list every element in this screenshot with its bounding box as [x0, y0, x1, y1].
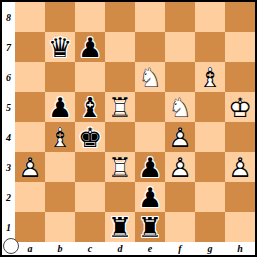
rank-label-8: 8 — [2, 2, 15, 32]
white-rook[interactable]: ♜♖ — [105, 92, 135, 122]
white-bishop[interactable]: ♝♗ — [45, 122, 75, 152]
square-a2[interactable] — [15, 182, 45, 212]
square-c6[interactable] — [75, 62, 105, 92]
white-pawn[interactable]: ♟♙ — [15, 152, 45, 182]
white-bishop[interactable]: ♝♗ — [195, 62, 225, 92]
white-pawn[interactable]: ♟♙ — [165, 122, 195, 152]
square-a8[interactable] — [15, 2, 45, 32]
square-b5[interactable]: ♟ — [45, 92, 75, 122]
square-e3[interactable]: ♟ — [135, 152, 165, 182]
rank-label-2: 2 — [2, 182, 15, 212]
square-f5[interactable]: ♞♘ — [165, 92, 195, 122]
square-a1[interactable] — [15, 212, 45, 242]
square-h2[interactable] — [225, 182, 255, 212]
square-c8[interactable] — [75, 2, 105, 32]
square-b4[interactable]: ♝♗ — [45, 122, 75, 152]
square-g2[interactable] — [195, 182, 225, 212]
square-d3[interactable]: ♜♖ — [105, 152, 135, 182]
square-f1[interactable] — [165, 212, 195, 242]
square-d5[interactable]: ♜♖ — [105, 92, 135, 122]
square-c2[interactable] — [75, 182, 105, 212]
black-pawn[interactable]: ♟ — [135, 152, 165, 182]
black-pawn[interactable]: ♟ — [45, 92, 75, 122]
square-f7[interactable] — [165, 32, 195, 62]
white-pawn[interactable]: ♟♙ — [165, 152, 195, 182]
square-h3[interactable]: ♟♙ — [225, 152, 255, 182]
board: ♛♟♞♘♝♗♟♝♜♖♞♘♚♔♝♗♚♟♙♟♙♜♖♟♟♙♟♙♟♜♜ — [15, 2, 255, 242]
square-a3[interactable]: ♟♙ — [15, 152, 45, 182]
square-b7[interactable]: ♛ — [45, 32, 75, 62]
square-g7[interactable] — [195, 32, 225, 62]
square-b6[interactable] — [45, 62, 75, 92]
black-king[interactable]: ♚ — [75, 122, 105, 152]
square-c1[interactable] — [75, 212, 105, 242]
square-e6[interactable]: ♞♘ — [135, 62, 165, 92]
square-d7[interactable] — [105, 32, 135, 62]
rank-label-3: 3 — [2, 152, 15, 182]
square-e1[interactable]: ♜ — [135, 212, 165, 242]
black-rook[interactable]: ♜ — [135, 212, 165, 242]
square-c7[interactable]: ♟ — [75, 32, 105, 62]
rank-label-7: 7 — [2, 32, 15, 62]
square-a4[interactable] — [15, 122, 45, 152]
square-g3[interactable] — [195, 152, 225, 182]
square-d6[interactable] — [105, 62, 135, 92]
white-rook[interactable]: ♜♖ — [105, 152, 135, 182]
square-h6[interactable] — [225, 62, 255, 92]
square-c3[interactable] — [75, 152, 105, 182]
white-knight[interactable]: ♞♘ — [135, 62, 165, 92]
rank-labels: 87654321 — [2, 2, 15, 242]
square-h1[interactable] — [225, 212, 255, 242]
square-h7[interactable] — [225, 32, 255, 62]
square-e8[interactable] — [135, 2, 165, 32]
rank-label-4: 4 — [2, 122, 15, 152]
square-b8[interactable] — [45, 2, 75, 32]
square-a7[interactable] — [15, 32, 45, 62]
square-a6[interactable] — [15, 62, 45, 92]
white-to-move-indicator — [3, 238, 19, 254]
square-g8[interactable] — [195, 2, 225, 32]
square-d1[interactable]: ♜ — [105, 212, 135, 242]
square-e4[interactable] — [135, 122, 165, 152]
square-g1[interactable] — [195, 212, 225, 242]
square-d2[interactable] — [105, 182, 135, 212]
black-pawn[interactable]: ♟ — [135, 182, 165, 212]
square-a5[interactable] — [15, 92, 45, 122]
square-f6[interactable] — [165, 62, 195, 92]
square-h4[interactable] — [225, 122, 255, 152]
square-f2[interactable] — [165, 182, 195, 212]
white-king[interactable]: ♚♔ — [225, 92, 255, 122]
rank-label-6: 6 — [2, 62, 15, 92]
square-b1[interactable] — [45, 212, 75, 242]
square-h8[interactable] — [225, 2, 255, 32]
square-f3[interactable]: ♟♙ — [165, 152, 195, 182]
black-pawn[interactable]: ♟ — [75, 32, 105, 62]
square-c4[interactable]: ♚ — [75, 122, 105, 152]
square-d4[interactable] — [105, 122, 135, 152]
file-label-h: h — [225, 242, 255, 255]
white-pawn[interactable]: ♟♙ — [225, 152, 255, 182]
square-b2[interactable] — [45, 182, 75, 212]
file-label-f: f — [165, 242, 195, 255]
black-queen[interactable]: ♛ — [45, 32, 75, 62]
file-label-e: e — [135, 242, 165, 255]
file-label-a: a — [15, 242, 45, 255]
file-label-b: b — [45, 242, 75, 255]
file-label-g: g — [195, 242, 225, 255]
square-f4[interactable]: ♟♙ — [165, 122, 195, 152]
square-c5[interactable]: ♝ — [75, 92, 105, 122]
file-label-c: c — [75, 242, 105, 255]
square-e7[interactable] — [135, 32, 165, 62]
square-e5[interactable] — [135, 92, 165, 122]
square-h5[interactable]: ♚♔ — [225, 92, 255, 122]
square-g5[interactable] — [195, 92, 225, 122]
black-rook[interactable]: ♜ — [105, 212, 135, 242]
square-b3[interactable] — [45, 152, 75, 182]
file-label-d: d — [105, 242, 135, 255]
white-knight[interactable]: ♞♘ — [165, 92, 195, 122]
square-d8[interactable] — [105, 2, 135, 32]
chess-diagram: 87654321 ♛♟♞♘♝♗♟♝♜♖♞♘♚♔♝♗♚♟♙♟♙♜♖♟♟♙♟♙♟♜♜… — [0, 0, 257, 257]
square-f8[interactable] — [165, 2, 195, 32]
square-e2[interactable]: ♟ — [135, 182, 165, 212]
file-labels: abcdefgh — [15, 242, 255, 255]
black-bishop[interactable]: ♝ — [75, 92, 105, 122]
rank-label-5: 5 — [2, 92, 15, 122]
square-g4[interactable] — [195, 122, 225, 152]
square-g6[interactable]: ♝♗ — [195, 62, 225, 92]
